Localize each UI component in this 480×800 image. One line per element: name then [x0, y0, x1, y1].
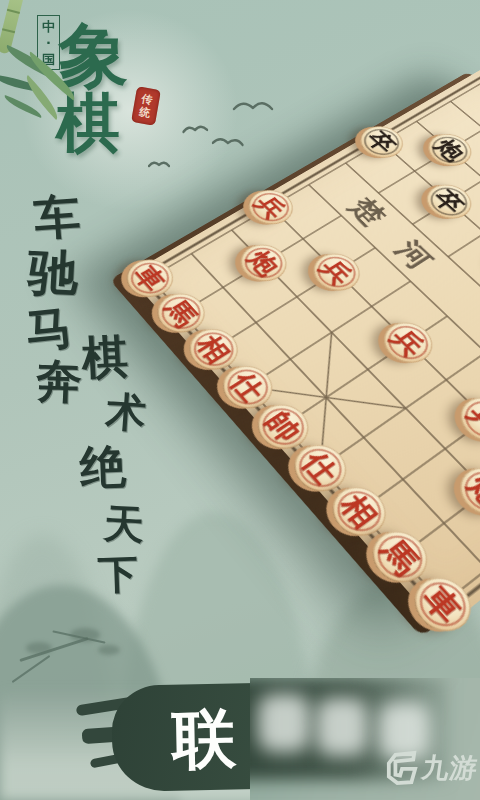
tree-foliage	[98, 645, 120, 655]
banner-label: 联	[171, 695, 237, 783]
piece-glyph: 仕	[298, 448, 344, 489]
badge-char: 中	[42, 20, 55, 33]
piece-glyph: 相	[193, 331, 235, 367]
slogan-char: 绝	[79, 443, 127, 491]
piece-glyph: 卒	[429, 187, 469, 217]
piece-glyph: 帥	[261, 407, 306, 446]
slogan-char: 奔	[35, 357, 83, 405]
slogan-char: 天	[103, 503, 145, 545]
tree-foliage	[70, 628, 100, 642]
tree-foliage	[26, 642, 52, 654]
piece-glyph: 兵	[251, 192, 290, 222]
river-text: 河	[387, 234, 441, 275]
9game-icon	[386, 750, 418, 786]
piece-glyph: 車	[130, 262, 171, 295]
piece-glyph: 馬	[161, 296, 202, 330]
piece-glyph: 兵	[387, 325, 430, 360]
river-text: 楚	[341, 192, 393, 231]
piece-glyph: 馬	[376, 534, 424, 579]
piece-glyph: 炮	[243, 247, 283, 279]
badge-char: ·	[46, 36, 51, 49]
piece-glyph: 相	[336, 490, 383, 533]
9game-label: 九游	[419, 750, 480, 786]
tradition-seal: 传统	[131, 86, 161, 126]
9game-watermark: 九游	[386, 750, 478, 786]
bird-icon	[232, 96, 274, 114]
seal-char: 统	[138, 105, 151, 120]
slogan-char: 下	[97, 553, 138, 594]
slogan-char: 术	[105, 391, 148, 434]
slogan-char: 驰	[27, 247, 80, 300]
piece-glyph: 兵	[316, 256, 357, 289]
piece-glyph: 卒	[363, 128, 401, 156]
promo-screen: 楚河 車馬相仕帥仕相馬車炮炮兵兵兵兵兵卒卒卒卒卒炮炮 中·国 象 棋 传统 车驰…	[0, 0, 480, 800]
slogan-char: 棋	[81, 333, 129, 381]
bird-icon	[212, 133, 245, 148]
piece-glyph: 炮	[431, 136, 469, 164]
piece-glyph: 車	[418, 581, 468, 628]
piece-glyph: 仕	[226, 368, 270, 405]
slogan-char: 马	[24, 304, 75, 355]
